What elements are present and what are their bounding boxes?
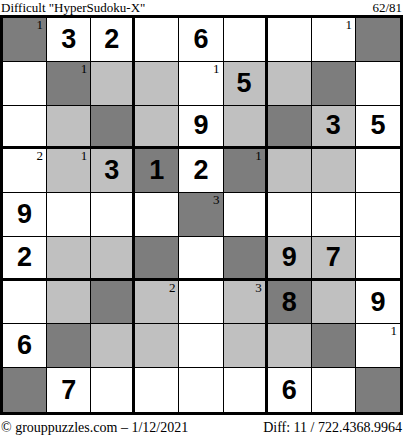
header: Difficult "HyperSudoku-X" 62/81 xyxy=(0,0,403,15)
given-digit: 9 xyxy=(370,289,385,316)
cell-r7c3[interactable] xyxy=(91,281,135,325)
cell-r3c6[interactable] xyxy=(224,106,268,150)
cell-r9c3[interactable] xyxy=(91,368,135,412)
cell-r6c5[interactable] xyxy=(179,237,223,281)
cell-r3c7[interactable] xyxy=(268,106,312,150)
cell-r4c7[interactable] xyxy=(268,149,312,193)
cell-r1c8[interactable]: 1 xyxy=(312,18,356,62)
corner-mark: 3 xyxy=(255,281,262,295)
cell-r6c3[interactable] xyxy=(91,237,135,281)
footer: © grouppuzzles.com – 1/12/2021 Diff: 11 … xyxy=(0,415,403,437)
cell-r2c2[interactable]: 1 xyxy=(47,62,91,106)
cell-r5c5[interactable]: 3 xyxy=(179,193,223,237)
cell-r1c3[interactable]: 2 xyxy=(91,18,135,62)
cell-r2c6[interactable]: 5 xyxy=(224,62,268,106)
cell-r5c1[interactable]: 9 xyxy=(3,193,47,237)
given-digit: 5 xyxy=(237,70,252,97)
cell-r9c4[interactable] xyxy=(135,368,179,412)
given-digit: 6 xyxy=(17,332,32,359)
cell-r6c4[interactable] xyxy=(135,237,179,281)
cell-r7c4[interactable]: 2 xyxy=(135,281,179,325)
cell-r4c6[interactable]: 1 xyxy=(224,149,268,193)
cell-r8c9[interactable]: 1 xyxy=(356,324,400,368)
given-digit: 3 xyxy=(61,26,76,53)
cell-r5c4[interactable] xyxy=(135,193,179,237)
progress-counter: 62/81 xyxy=(372,1,402,15)
given-digit: 6 xyxy=(282,377,297,404)
cell-r2c3[interactable] xyxy=(91,62,135,106)
cell-r9c9[interactable] xyxy=(356,368,400,412)
cell-r7c7[interactable]: 8 xyxy=(268,281,312,325)
cell-r8c4[interactable] xyxy=(135,324,179,368)
given-digit: 9 xyxy=(282,244,297,271)
cell-r3c5[interactable]: 9 xyxy=(179,106,223,150)
cell-r8c2[interactable] xyxy=(47,324,91,368)
sudoku-board: 132611159352131219329723896176 xyxy=(0,15,403,415)
cell-r4c8[interactable] xyxy=(312,149,356,193)
cell-r1c7[interactable] xyxy=(268,18,312,62)
cell-r7c1[interactable] xyxy=(3,281,47,325)
cell-r6c7[interactable]: 9 xyxy=(268,237,312,281)
cell-r1c5[interactable]: 6 xyxy=(179,18,223,62)
cell-r9c6[interactable] xyxy=(224,368,268,412)
puzzle-page: Difficult "HyperSudoku-X" 62/81 13261115… xyxy=(0,0,403,437)
cell-r3c4[interactable] xyxy=(135,106,179,150)
cell-r7c9[interactable]: 9 xyxy=(356,281,400,325)
cell-r5c7[interactable] xyxy=(268,193,312,237)
cell-r5c2[interactable] xyxy=(47,193,91,237)
cell-r5c6[interactable] xyxy=(224,193,268,237)
cell-r8c1[interactable]: 6 xyxy=(3,324,47,368)
corner-mark: 2 xyxy=(169,281,176,295)
given-digit: 3 xyxy=(104,157,119,184)
puzzle-title: Difficult "HyperSudoku-X" xyxy=(1,1,145,15)
cell-r2c1[interactable] xyxy=(3,62,47,106)
cell-r6c9[interactable] xyxy=(356,237,400,281)
cell-r7c5[interactable] xyxy=(179,281,223,325)
cell-r2c8[interactable] xyxy=(312,62,356,106)
given-digit: 5 xyxy=(370,112,385,139)
given-digit: 8 xyxy=(282,289,297,316)
cell-r4c9[interactable] xyxy=(356,149,400,193)
cell-r1c2[interactable]: 3 xyxy=(47,18,91,62)
cell-r8c7[interactable] xyxy=(268,324,312,368)
cell-r8c8[interactable] xyxy=(312,324,356,368)
cell-r2c9[interactable] xyxy=(356,62,400,106)
cell-r4c5[interactable]: 2 xyxy=(179,149,223,193)
cell-r6c6[interactable] xyxy=(224,237,268,281)
cell-r1c9[interactable] xyxy=(356,18,400,62)
cell-r2c5[interactable]: 1 xyxy=(179,62,223,106)
cell-r9c1[interactable] xyxy=(3,368,47,412)
given-digit: 3 xyxy=(326,112,341,139)
copyright-text: © grouppuzzles.com – 1/12/2021 xyxy=(1,420,188,436)
cell-r3c2[interactable] xyxy=(47,106,91,150)
cell-r8c3[interactable] xyxy=(91,324,135,368)
given-digit: 1 xyxy=(149,157,164,184)
cell-r8c5[interactable] xyxy=(179,324,223,368)
cell-r3c8[interactable]: 3 xyxy=(312,106,356,150)
given-digit: 2 xyxy=(104,26,119,53)
given-digit: 7 xyxy=(326,244,341,271)
cell-r5c8[interactable] xyxy=(312,193,356,237)
difficulty-text: Diff: 11 / 722.4368.9964 xyxy=(263,420,402,436)
cell-r2c7[interactable] xyxy=(268,62,312,106)
corner-mark: 1 xyxy=(255,149,262,163)
cell-r4c4[interactable]: 1 xyxy=(135,149,179,193)
given-digit: 9 xyxy=(193,112,208,139)
corner-mark: 3 xyxy=(213,193,220,207)
cell-r3c9[interactable]: 5 xyxy=(356,106,400,150)
cell-r1c4[interactable] xyxy=(135,18,179,62)
cell-r4c3[interactable]: 3 xyxy=(91,149,135,193)
cell-r3c3[interactable] xyxy=(91,106,135,150)
cell-r8c6[interactable] xyxy=(224,324,268,368)
given-digit: 2 xyxy=(17,244,32,271)
corner-mark: 1 xyxy=(213,62,220,76)
corner-mark: 1 xyxy=(345,18,352,32)
cell-r4c1[interactable]: 2 xyxy=(3,149,47,193)
cell-r7c2[interactable] xyxy=(47,281,91,325)
cell-r9c5[interactable] xyxy=(179,368,223,412)
given-digit: 7 xyxy=(61,377,76,404)
cell-r9c8[interactable] xyxy=(312,368,356,412)
cell-r4c2[interactable]: 1 xyxy=(47,149,91,193)
cell-r6c2[interactable] xyxy=(47,237,91,281)
cell-r9c2[interactable]: 7 xyxy=(47,368,91,412)
cell-r9c7[interactable]: 6 xyxy=(268,368,312,412)
cell-r1c6[interactable] xyxy=(224,18,268,62)
cell-r1c1[interactable]: 1 xyxy=(3,18,47,62)
corner-mark: 1 xyxy=(81,149,88,163)
cell-r7c6[interactable]: 3 xyxy=(224,281,268,325)
given-digit: 9 xyxy=(17,201,32,228)
cell-r6c1[interactable]: 2 xyxy=(3,237,47,281)
cell-r3c1[interactable] xyxy=(3,106,47,150)
cell-r5c3[interactable] xyxy=(91,193,135,237)
cell-r2c4[interactable] xyxy=(135,62,179,106)
corner-mark: 1 xyxy=(37,18,44,32)
corner-mark: 2 xyxy=(37,149,44,163)
cell-r7c8[interactable] xyxy=(312,281,356,325)
cell-r6c8[interactable]: 7 xyxy=(312,237,356,281)
given-digit: 2 xyxy=(193,157,208,184)
corner-mark: 1 xyxy=(81,62,88,76)
corner-mark: 1 xyxy=(390,324,397,338)
given-digit: 6 xyxy=(193,26,208,53)
cell-r5c9[interactable] xyxy=(356,193,400,237)
